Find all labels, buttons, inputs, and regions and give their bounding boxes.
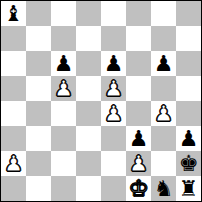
square-a6[interactable] xyxy=(1,51,26,76)
square-g4[interactable]: ♟ xyxy=(151,101,176,126)
square-c1[interactable] xyxy=(51,176,76,201)
square-e3[interactable] xyxy=(101,126,126,151)
square-b2[interactable] xyxy=(26,151,51,176)
black-bishop: ♝ xyxy=(4,3,24,25)
black-knight: ♞ xyxy=(154,178,174,200)
square-g8[interactable] xyxy=(151,1,176,26)
square-b7[interactable] xyxy=(26,26,51,51)
square-e2[interactable] xyxy=(101,151,126,176)
square-h8[interactable] xyxy=(176,1,201,26)
black-pawn: ♟ xyxy=(54,53,74,75)
square-d7[interactable] xyxy=(76,26,101,51)
square-c4[interactable] xyxy=(51,101,76,126)
square-a8[interactable]: ♝ xyxy=(1,1,26,26)
white-king: ♚ xyxy=(129,178,149,200)
square-h3[interactable]: ♟ xyxy=(176,126,201,151)
square-e5[interactable]: ♟ xyxy=(101,76,126,101)
square-h7[interactable] xyxy=(176,26,201,51)
square-e4[interactable]: ♟ xyxy=(101,101,126,126)
square-f4[interactable] xyxy=(126,101,151,126)
square-g2[interactable] xyxy=(151,151,176,176)
square-f1[interactable]: ♚ xyxy=(126,176,151,201)
square-h5[interactable] xyxy=(176,76,201,101)
black-pawn: ♟ xyxy=(154,53,174,75)
white-pawn: ♟ xyxy=(129,153,149,175)
square-g7[interactable] xyxy=(151,26,176,51)
square-d4[interactable] xyxy=(76,101,101,126)
square-f3[interactable]: ♟ xyxy=(126,126,151,151)
square-h2[interactable]: ♚ xyxy=(176,151,201,176)
square-d6[interactable] xyxy=(76,51,101,76)
square-b4[interactable] xyxy=(26,101,51,126)
square-h4[interactable] xyxy=(176,101,201,126)
black-pawn: ♟ xyxy=(104,53,124,75)
square-b1[interactable] xyxy=(26,176,51,201)
square-g6[interactable]: ♟ xyxy=(151,51,176,76)
square-h1[interactable]: ♜ xyxy=(176,176,201,201)
square-d2[interactable] xyxy=(76,151,101,176)
white-pawn: ♟ xyxy=(104,78,124,100)
square-a1[interactable] xyxy=(1,176,26,201)
square-f7[interactable] xyxy=(126,26,151,51)
square-a7[interactable] xyxy=(1,26,26,51)
square-a2[interactable]: ♟ xyxy=(1,151,26,176)
square-e8[interactable] xyxy=(101,1,126,26)
square-c6[interactable]: ♟ xyxy=(51,51,76,76)
square-e7[interactable] xyxy=(101,26,126,51)
black-pawn: ♟ xyxy=(129,128,149,150)
square-b5[interactable] xyxy=(26,76,51,101)
square-c8[interactable] xyxy=(51,1,76,26)
square-f6[interactable] xyxy=(126,51,151,76)
square-d1[interactable] xyxy=(76,176,101,201)
white-pawn: ♟ xyxy=(154,103,174,125)
square-d3[interactable] xyxy=(76,126,101,151)
square-e6[interactable]: ♟ xyxy=(101,51,126,76)
square-g3[interactable] xyxy=(151,126,176,151)
square-g1[interactable]: ♞ xyxy=(151,176,176,201)
square-a5[interactable] xyxy=(1,76,26,101)
white-pawn: ♟ xyxy=(104,103,124,125)
square-f5[interactable] xyxy=(126,76,151,101)
black-pawn: ♟ xyxy=(179,128,199,150)
square-b3[interactable] xyxy=(26,126,51,151)
square-f2[interactable]: ♟ xyxy=(126,151,151,176)
square-f8[interactable] xyxy=(126,1,151,26)
white-pawn: ♟ xyxy=(4,153,24,175)
square-d8[interactable] xyxy=(76,1,101,26)
square-c5[interactable]: ♟ xyxy=(51,76,76,101)
square-e1[interactable] xyxy=(101,176,126,201)
square-c2[interactable] xyxy=(51,151,76,176)
black-king: ♚ xyxy=(179,153,199,175)
white-pawn: ♟ xyxy=(54,78,74,100)
square-b6[interactable] xyxy=(26,51,51,76)
square-h6[interactable] xyxy=(176,51,201,76)
chess-board: ♝♟♟♟♟♟♟♟♟♟♟♟♚♚♞♜ xyxy=(0,0,202,202)
square-g5[interactable] xyxy=(151,76,176,101)
square-b8[interactable] xyxy=(26,1,51,26)
square-d5[interactable] xyxy=(76,76,101,101)
black-rook: ♜ xyxy=(179,178,199,200)
square-c7[interactable] xyxy=(51,26,76,51)
square-a4[interactable] xyxy=(1,101,26,126)
square-a3[interactable] xyxy=(1,126,26,151)
square-c3[interactable] xyxy=(51,126,76,151)
